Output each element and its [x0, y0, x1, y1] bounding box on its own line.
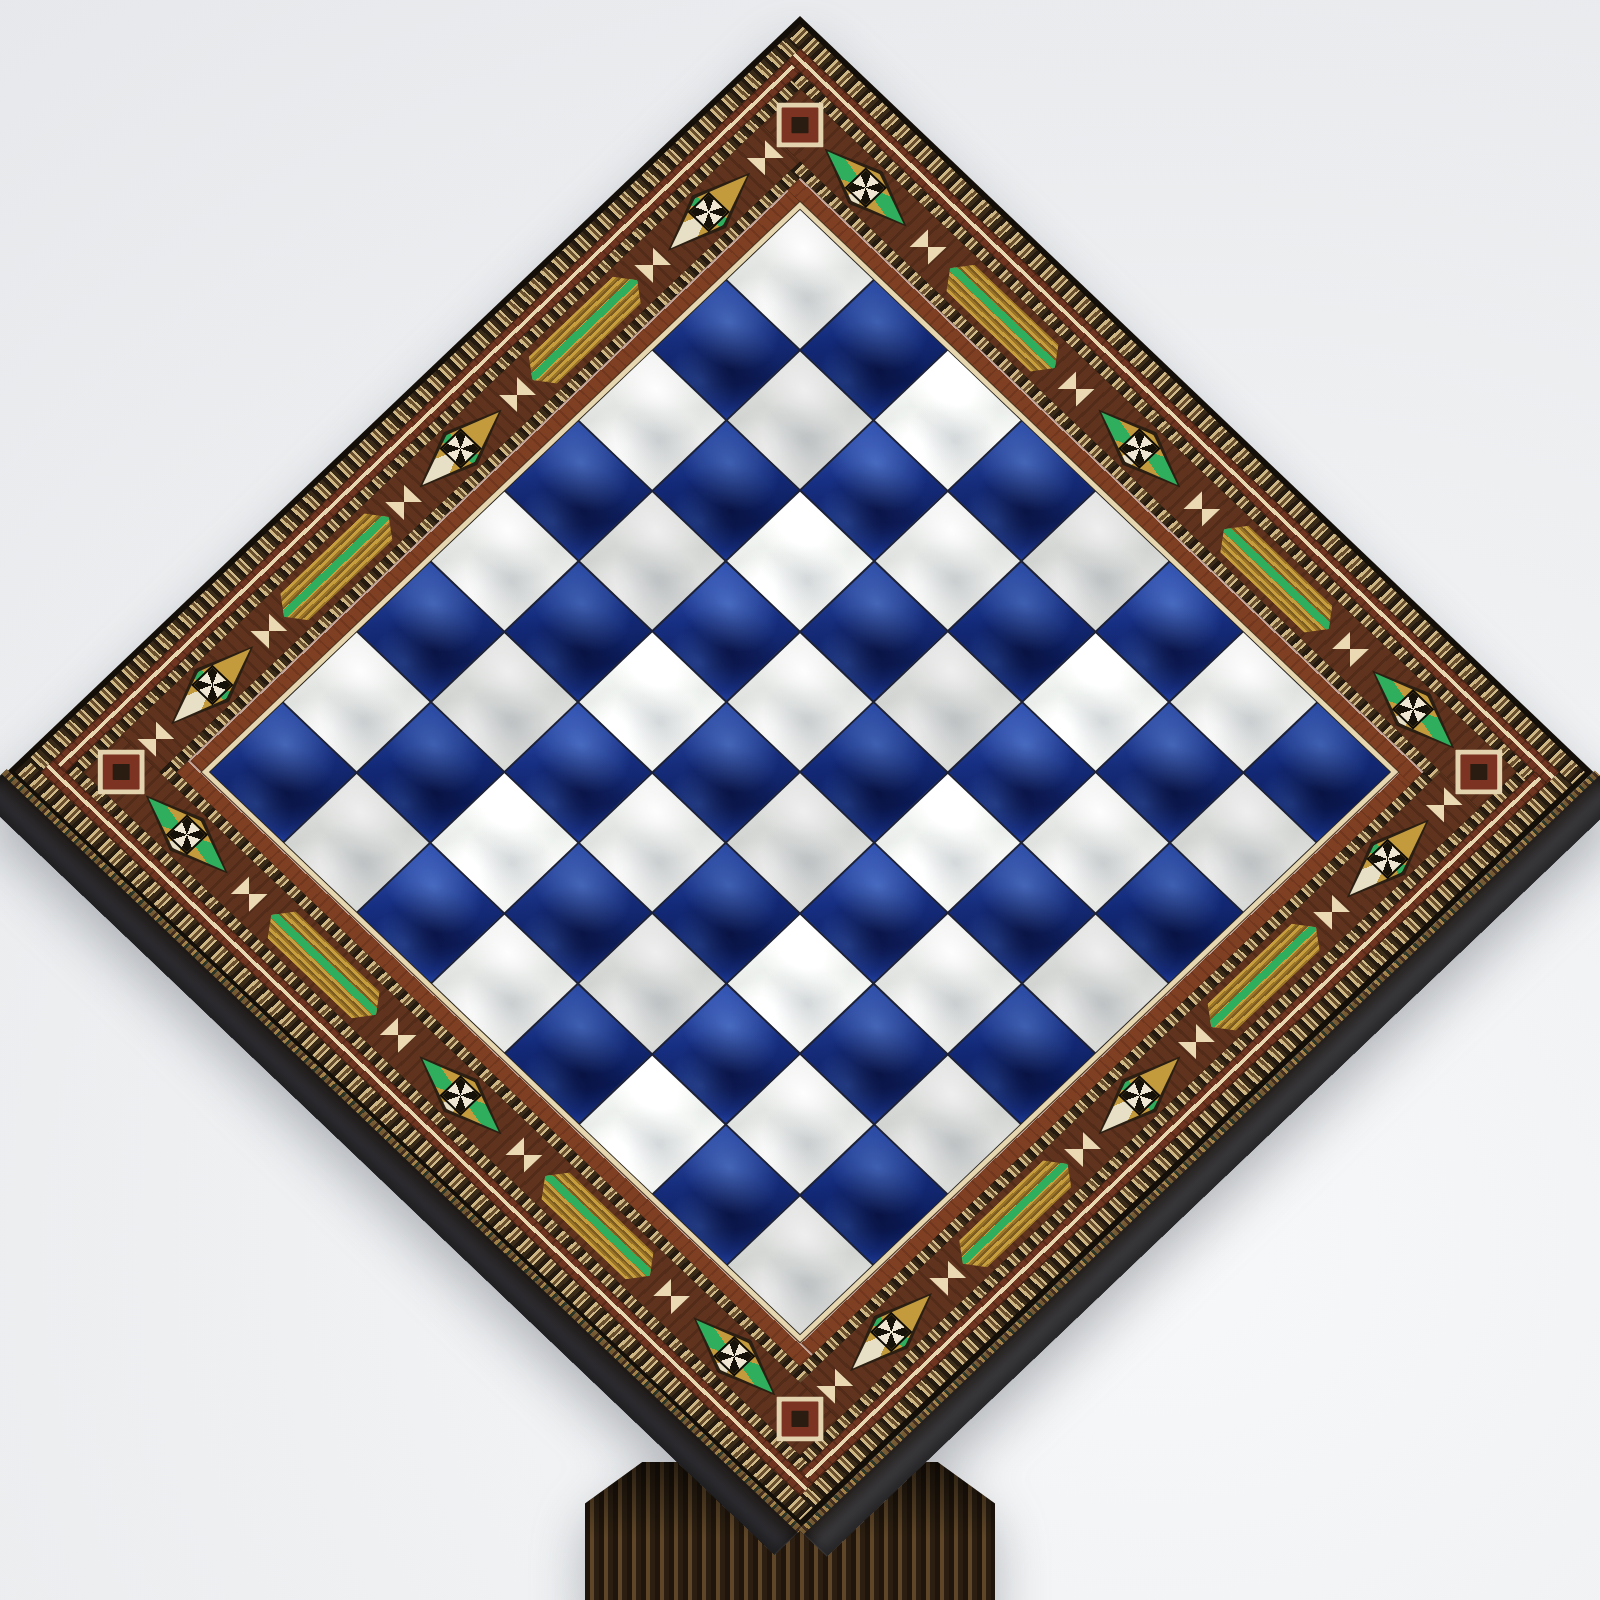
bowtie-inlay — [1176, 483, 1228, 533]
photo-background — [0, 0, 1600, 1600]
bowtie-inlay — [1324, 625, 1376, 675]
bowtie-inlay — [223, 869, 275, 919]
board-stack — [0, 0, 1600, 1600]
bowtie-inlay — [372, 1011, 424, 1061]
bowtie-inlay — [1050, 364, 1102, 414]
bowtie-inlay — [902, 222, 954, 272]
bowtie-inlay — [497, 1130, 549, 1180]
bowtie-inlay — [645, 1272, 697, 1322]
chess-board — [7, 16, 1594, 1528]
